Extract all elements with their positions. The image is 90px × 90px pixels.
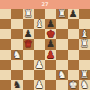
square-e1[interactable] xyxy=(45,80,56,90)
square-g2[interactable] xyxy=(68,70,79,80)
square-a2[interactable] xyxy=(0,70,11,80)
square-c7[interactable] xyxy=(23,19,34,29)
square-b3[interactable] xyxy=(11,60,22,70)
square-h6[interactable]: ♝ xyxy=(79,29,90,39)
square-e4[interactable]: ♟ xyxy=(45,50,56,60)
square-f4[interactable] xyxy=(56,50,67,60)
square-d8[interactable] xyxy=(34,9,45,19)
chess-app-screen: 27 ♜♜♟♝♟♟♚♝♛♟♜♞♟♟♞♜♞♟♚♞ xyxy=(0,0,90,90)
square-h4[interactable] xyxy=(79,50,90,60)
piece-black-pawn-e7[interactable]: ♟ xyxy=(46,19,55,29)
square-f5[interactable] xyxy=(56,39,67,49)
square-b6[interactable] xyxy=(11,29,22,39)
square-c1[interactable] xyxy=(23,80,34,90)
square-h3[interactable] xyxy=(79,60,90,70)
square-c5[interactable]: ♛ xyxy=(23,39,34,49)
square-f3[interactable] xyxy=(56,60,67,70)
square-a5[interactable] xyxy=(0,39,11,49)
square-e7[interactable]: ♟ xyxy=(45,19,56,29)
square-d5[interactable] xyxy=(34,39,45,49)
square-d7[interactable]: ♝ xyxy=(34,19,45,29)
piece-white-bishop-d7[interactable]: ♝ xyxy=(35,19,44,29)
square-a6[interactable] xyxy=(0,29,11,39)
square-c4[interactable] xyxy=(23,50,34,60)
square-a1[interactable] xyxy=(0,80,11,90)
square-h1[interactable]: ♞ xyxy=(79,80,90,90)
square-b5[interactable] xyxy=(11,39,22,49)
square-e3[interactable] xyxy=(45,60,56,70)
square-d1[interactable]: ♟ xyxy=(34,80,45,90)
piece-white-pawn-d3[interactable]: ♟ xyxy=(35,60,44,70)
piece-white-bishop-h6[interactable]: ♝ xyxy=(80,29,89,39)
square-c3[interactable] xyxy=(23,60,34,70)
square-e8[interactable] xyxy=(45,9,56,19)
square-b2[interactable] xyxy=(11,70,22,80)
square-d3[interactable]: ♟ xyxy=(34,60,45,70)
square-d4[interactable] xyxy=(34,50,45,60)
square-f1[interactable] xyxy=(56,80,67,90)
square-c8[interactable]: ♜ xyxy=(23,9,34,19)
square-h7[interactable] xyxy=(79,19,90,29)
square-d2[interactable] xyxy=(34,70,45,80)
square-h8[interactable] xyxy=(79,9,90,19)
square-b4[interactable]: ♞ xyxy=(11,50,22,60)
piece-white-rook-c8[interactable]: ♜ xyxy=(24,9,33,19)
square-g1[interactable]: ♚ xyxy=(68,80,79,90)
square-d6[interactable] xyxy=(34,29,45,39)
square-f2[interactable]: ♞ xyxy=(56,70,67,80)
square-a7[interactable] xyxy=(0,19,11,29)
piece-black-knight-b1[interactable]: ♞ xyxy=(12,80,21,90)
square-c6[interactable]: ♟ xyxy=(23,29,34,39)
piece-red-black-king-e6[interactable]: ♚ xyxy=(46,29,55,39)
square-c2[interactable] xyxy=(23,70,34,80)
piece-red-black-queen-c5[interactable]: ♛ xyxy=(24,39,33,49)
square-a4[interactable] xyxy=(0,50,11,60)
piece-white-knight-f2[interactable]: ♞ xyxy=(57,70,66,80)
piece-white-pawn-d1[interactable]: ♟ xyxy=(35,80,44,90)
square-f8[interactable]: ♜ xyxy=(56,9,67,19)
square-e6[interactable]: ♚ xyxy=(45,29,56,39)
square-g7[interactable] xyxy=(68,19,79,29)
piece-white-knight-b4[interactable]: ♞ xyxy=(12,50,21,60)
chess-board[interactable]: ♜♜♟♝♟♟♚♝♛♟♜♞♟♟♞♜♞♟♚♞ xyxy=(0,9,90,90)
piece-red-black-pawn-e4[interactable]: ♟ xyxy=(46,50,55,60)
square-e5[interactable]: ♟ xyxy=(45,39,56,49)
square-g8[interactable]: ♟ xyxy=(68,9,79,19)
square-a3[interactable] xyxy=(0,60,11,70)
piece-black-pawn-e5[interactable]: ♟ xyxy=(46,39,55,49)
square-f7[interactable] xyxy=(56,19,67,29)
level-number-label: 27 xyxy=(42,0,49,9)
square-b7[interactable] xyxy=(11,19,22,29)
piece-white-rook-h2[interactable]: ♜ xyxy=(80,70,89,80)
square-b8[interactable] xyxy=(11,9,22,19)
piece-white-king-g1[interactable]: ♚ xyxy=(69,80,78,90)
square-g3[interactable] xyxy=(68,60,79,70)
level-header-bar: 27 xyxy=(0,0,90,9)
piece-black-pawn-c6[interactable]: ♟ xyxy=(24,29,33,39)
square-b1[interactable]: ♞ xyxy=(11,80,22,90)
square-g5[interactable] xyxy=(68,39,79,49)
square-h5[interactable]: ♜ xyxy=(79,39,90,49)
square-g4[interactable] xyxy=(68,50,79,60)
square-g6[interactable] xyxy=(68,29,79,39)
square-e2[interactable] xyxy=(45,70,56,80)
square-h2[interactable]: ♜ xyxy=(79,70,90,80)
square-a8[interactable] xyxy=(0,9,11,19)
piece-white-rook-h5[interactable]: ♜ xyxy=(80,39,89,49)
piece-white-knight-h1[interactable]: ♞ xyxy=(80,80,89,90)
square-f6[interactable] xyxy=(56,29,67,39)
piece-white-rook-f8[interactable]: ♜ xyxy=(57,9,66,19)
piece-black-pawn-g8[interactable]: ♟ xyxy=(69,9,78,19)
